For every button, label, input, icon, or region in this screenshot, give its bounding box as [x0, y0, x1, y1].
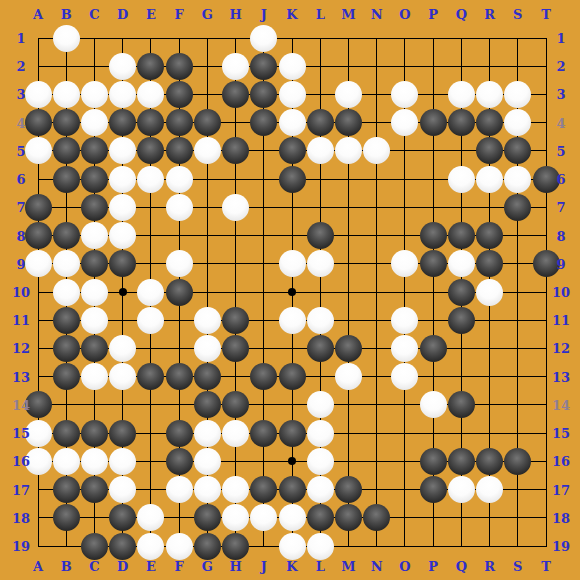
col-label-top-T: T [541, 7, 551, 22]
row-label-right-11: 11 [552, 313, 570, 328]
black-stone-M12[interactable] [335, 335, 362, 362]
col-label-top-K: K [286, 7, 297, 22]
white-stone-D2[interactable] [109, 53, 136, 80]
col-label-top-G: G [202, 7, 213, 22]
white-stone-L5[interactable] [307, 137, 334, 164]
col-label-bottom-R: R [484, 559, 495, 574]
col-label-bottom-P: P [428, 559, 438, 574]
black-stone-H5[interactable] [222, 137, 249, 164]
go-board[interactable]: ABCDEFGHJKLMNOPQRST ABCDEFGHJKLMNOPQRST … [0, 0, 580, 580]
white-stone-D6[interactable] [109, 166, 136, 193]
black-stone-L12[interactable] [307, 335, 334, 362]
white-stone-B1[interactable] [53, 25, 80, 52]
black-stone-Q10[interactable] [448, 279, 475, 306]
black-stone-B8[interactable] [53, 222, 80, 249]
black-stone-C5[interactable] [81, 137, 108, 164]
white-stone-C8[interactable] [81, 222, 108, 249]
col-label-top-F: F [174, 7, 183, 22]
col-label-bottom-F: F [174, 559, 183, 574]
white-stone-D16[interactable] [109, 448, 136, 475]
col-label-top-P: P [428, 7, 438, 22]
white-stone-C4[interactable] [81, 109, 108, 136]
white-stone-L19[interactable] [307, 533, 334, 560]
white-stone-O12[interactable] [391, 335, 418, 362]
black-stone-C7[interactable] [81, 194, 108, 221]
star-point [119, 288, 127, 296]
black-stone-Q11[interactable] [448, 307, 475, 334]
black-stone-C15[interactable] [81, 420, 108, 447]
white-stone-N5[interactable] [363, 137, 390, 164]
white-stone-C16[interactable] [81, 448, 108, 475]
col-label-bottom-T: T [541, 559, 551, 574]
white-stone-D8[interactable] [109, 222, 136, 249]
black-stone-P8[interactable] [420, 222, 447, 249]
black-stone-Q14[interactable] [448, 391, 475, 418]
white-stone-H17[interactable] [222, 476, 249, 503]
white-stone-F9[interactable] [166, 250, 193, 277]
white-stone-B10[interactable] [53, 279, 80, 306]
black-stone-N18[interactable] [363, 504, 390, 531]
black-stone-B5[interactable] [53, 137, 80, 164]
row-label-right-14: 14 [552, 397, 570, 412]
row-label-left-14: 14 [12, 397, 30, 412]
row-label-right-6: 6 [556, 172, 565, 187]
star-point [288, 288, 296, 296]
black-stone-F4[interactable] [166, 109, 193, 136]
black-stone-B11[interactable] [53, 307, 80, 334]
white-stone-Q17[interactable] [448, 476, 475, 503]
row-label-right-8: 8 [556, 228, 565, 243]
col-label-bottom-Q: Q [456, 559, 467, 574]
white-stone-F19[interactable] [166, 533, 193, 560]
white-stone-G16[interactable] [194, 448, 221, 475]
row-label-right-7: 7 [556, 200, 565, 215]
white-stone-O11[interactable] [391, 307, 418, 334]
col-label-top-R: R [484, 7, 495, 22]
white-stone-H18[interactable] [222, 504, 249, 531]
black-stone-H12[interactable] [222, 335, 249, 362]
white-stone-Q3[interactable] [448, 81, 475, 108]
white-stone-D3[interactable] [109, 81, 136, 108]
black-stone-Q16[interactable] [448, 448, 475, 475]
black-stone-T9[interactable] [533, 250, 560, 277]
white-stone-J1[interactable] [250, 25, 277, 52]
black-stone-F5[interactable] [166, 137, 193, 164]
white-stone-D12[interactable] [109, 335, 136, 362]
black-stone-G18[interactable] [194, 504, 221, 531]
white-stone-O3[interactable] [391, 81, 418, 108]
black-stone-K13[interactable] [279, 363, 306, 390]
black-stone-J4[interactable] [250, 109, 277, 136]
black-stone-B12[interactable] [53, 335, 80, 362]
white-stone-F6[interactable] [166, 166, 193, 193]
black-stone-K15[interactable] [279, 420, 306, 447]
black-stone-R16[interactable] [476, 448, 503, 475]
row-label-left-7: 7 [16, 200, 25, 215]
black-stone-P17[interactable] [420, 476, 447, 503]
col-label-bottom-H: H [229, 559, 241, 574]
white-stone-D7[interactable] [109, 194, 136, 221]
white-stone-R17[interactable] [476, 476, 503, 503]
row-label-right-5: 5 [556, 143, 565, 158]
black-stone-H3[interactable] [222, 81, 249, 108]
black-stone-A4[interactable] [25, 109, 52, 136]
white-stone-K19[interactable] [279, 533, 306, 560]
col-label-bottom-G: G [202, 559, 213, 574]
white-stone-G5[interactable] [194, 137, 221, 164]
white-stone-S4[interactable] [504, 109, 531, 136]
col-label-top-M: M [341, 7, 355, 22]
col-label-bottom-C: C [89, 559, 99, 574]
black-stone-C19[interactable] [81, 533, 108, 560]
white-stone-J18[interactable] [250, 504, 277, 531]
grid-line [546, 38, 547, 547]
black-stone-G13[interactable] [194, 363, 221, 390]
col-label-bottom-N: N [371, 559, 383, 574]
white-stone-L16[interactable] [307, 448, 334, 475]
black-stone-L18[interactable] [307, 504, 334, 531]
black-stone-R8[interactable] [476, 222, 503, 249]
black-stone-M4[interactable] [335, 109, 362, 136]
grid-line [38, 38, 547, 39]
black-stone-T6[interactable] [533, 166, 560, 193]
white-stone-B3[interactable] [53, 81, 80, 108]
black-stone-F13[interactable] [166, 363, 193, 390]
white-stone-F7[interactable] [166, 194, 193, 221]
col-label-bottom-A: A [33, 559, 43, 574]
white-stone-K11[interactable] [279, 307, 306, 334]
col-label-bottom-J: J [261, 559, 267, 574]
white-stone-F17[interactable] [166, 476, 193, 503]
black-stone-G4[interactable] [194, 109, 221, 136]
black-stone-J15[interactable] [250, 420, 277, 447]
black-stone-A8[interactable] [25, 222, 52, 249]
white-stone-E19[interactable] [137, 533, 164, 560]
row-label-left-16: 16 [12, 454, 30, 469]
col-label-bottom-K: K [286, 559, 297, 574]
white-stone-C11[interactable] [81, 307, 108, 334]
white-stone-M3[interactable] [335, 81, 362, 108]
white-stone-A5[interactable] [25, 137, 52, 164]
black-stone-C12[interactable] [81, 335, 108, 362]
row-label-left-4: 4 [16, 115, 25, 130]
row-label-right-12: 12 [552, 341, 570, 356]
black-stone-P4[interactable] [420, 109, 447, 136]
col-label-top-S: S [513, 7, 522, 22]
black-stone-L4[interactable] [307, 109, 334, 136]
row-label-right-19: 19 [552, 539, 570, 554]
white-stone-Q9[interactable] [448, 250, 475, 277]
row-label-left-5: 5 [16, 143, 25, 158]
white-stone-L14[interactable] [307, 391, 334, 418]
col-label-bottom-E: E [146, 559, 156, 574]
black-stone-P12[interactable] [420, 335, 447, 362]
row-label-left-2: 2 [16, 59, 25, 74]
white-stone-B16[interactable] [53, 448, 80, 475]
black-stone-E4[interactable] [137, 109, 164, 136]
white-stone-M5[interactable] [335, 137, 362, 164]
white-stone-O13[interactable] [391, 363, 418, 390]
row-label-left-9: 9 [16, 256, 25, 271]
white-stone-H7[interactable] [222, 194, 249, 221]
black-stone-Q4[interactable] [448, 109, 475, 136]
row-label-right-15: 15 [552, 426, 570, 441]
white-stone-M13[interactable] [335, 363, 362, 390]
white-stone-A3[interactable] [25, 81, 52, 108]
white-stone-C3[interactable] [81, 81, 108, 108]
white-stone-R6[interactable] [476, 166, 503, 193]
row-label-left-1: 1 [16, 31, 25, 46]
row-label-right-1: 1 [556, 31, 565, 46]
black-stone-B15[interactable] [53, 420, 80, 447]
black-stone-E2[interactable] [137, 53, 164, 80]
white-stone-D17[interactable] [109, 476, 136, 503]
white-stone-S6[interactable] [504, 166, 531, 193]
row-label-left-12: 12 [12, 341, 30, 356]
white-stone-H15[interactable] [222, 420, 249, 447]
white-stone-C10[interactable] [81, 279, 108, 306]
col-label-top-D: D [117, 7, 128, 22]
white-stone-E18[interactable] [137, 504, 164, 531]
col-label-bottom-D: D [117, 559, 128, 574]
white-stone-K18[interactable] [279, 504, 306, 531]
grid-line [376, 38, 377, 547]
white-stone-S3[interactable] [504, 81, 531, 108]
col-label-top-A: A [33, 7, 43, 22]
row-label-right-17: 17 [552, 482, 570, 497]
col-label-top-C: C [89, 7, 99, 22]
black-stone-R4[interactable] [476, 109, 503, 136]
white-stone-D13[interactable] [109, 363, 136, 390]
white-stone-H2[interactable] [222, 53, 249, 80]
white-stone-E11[interactable] [137, 307, 164, 334]
black-stone-F3[interactable] [166, 81, 193, 108]
white-stone-C13[interactable] [81, 363, 108, 390]
col-label-top-J: J [261, 7, 267, 22]
row-label-right-4: 4 [556, 115, 565, 130]
row-label-left-19: 19 [12, 539, 30, 554]
black-stone-G14[interactable] [194, 391, 221, 418]
row-label-left-11: 11 [12, 313, 30, 328]
row-label-left-15: 15 [12, 426, 30, 441]
black-stone-F10[interactable] [166, 279, 193, 306]
white-stone-K3[interactable] [279, 81, 306, 108]
black-stone-J3[interactable] [250, 81, 277, 108]
star-point [288, 457, 296, 465]
black-stone-M17[interactable] [335, 476, 362, 503]
col-label-top-N: N [371, 7, 383, 22]
row-label-right-10: 10 [552, 285, 570, 300]
row-label-right-2: 2 [556, 59, 565, 74]
black-stone-K5[interactable] [279, 137, 306, 164]
white-stone-L15[interactable] [307, 420, 334, 447]
white-stone-L9[interactable] [307, 250, 334, 277]
black-stone-G19[interactable] [194, 533, 221, 560]
black-stone-H14[interactable] [222, 391, 249, 418]
black-stone-B4[interactable] [53, 109, 80, 136]
black-stone-C17[interactable] [81, 476, 108, 503]
white-stone-O4[interactable] [391, 109, 418, 136]
row-label-left-17: 17 [12, 482, 30, 497]
row-label-right-9: 9 [556, 256, 565, 271]
white-stone-O9[interactable] [391, 250, 418, 277]
white-stone-K2[interactable] [279, 53, 306, 80]
black-stone-F16[interactable] [166, 448, 193, 475]
row-label-right-13: 13 [552, 369, 570, 384]
black-stone-K6[interactable] [279, 166, 306, 193]
black-stone-R5[interactable] [476, 137, 503, 164]
black-stone-D18[interactable] [109, 504, 136, 531]
black-stone-F15[interactable] [166, 420, 193, 447]
black-stone-J13[interactable] [250, 363, 277, 390]
black-stone-S16[interactable] [504, 448, 531, 475]
white-stone-K4[interactable] [279, 109, 306, 136]
col-label-top-O: O [399, 7, 410, 22]
white-stone-E6[interactable] [137, 166, 164, 193]
col-label-bottom-O: O [399, 559, 410, 574]
col-label-bottom-B: B [61, 559, 72, 574]
row-label-left-13: 13 [12, 369, 30, 384]
black-stone-D9[interactable] [109, 250, 136, 277]
black-stone-B17[interactable] [53, 476, 80, 503]
col-label-top-Q: Q [456, 7, 467, 22]
white-stone-L11[interactable] [307, 307, 334, 334]
white-stone-G11[interactable] [194, 307, 221, 334]
row-label-left-8: 8 [16, 228, 25, 243]
black-stone-H11[interactable] [222, 307, 249, 334]
black-stone-B13[interactable] [53, 363, 80, 390]
black-stone-J2[interactable] [250, 53, 277, 80]
white-stone-A9[interactable] [25, 250, 52, 277]
black-stone-S5[interactable] [504, 137, 531, 164]
black-stone-J17[interactable] [250, 476, 277, 503]
row-label-left-18: 18 [12, 510, 30, 525]
black-stone-P9[interactable] [420, 250, 447, 277]
black-stone-B6[interactable] [53, 166, 80, 193]
black-stone-F2[interactable] [166, 53, 193, 80]
col-label-top-L: L [316, 7, 325, 22]
black-stone-E5[interactable] [137, 137, 164, 164]
black-stone-M18[interactable] [335, 504, 362, 531]
black-stone-C6[interactable] [81, 166, 108, 193]
white-stone-P14[interactable] [420, 391, 447, 418]
white-stone-L17[interactable] [307, 476, 334, 503]
white-stone-B9[interactable] [53, 250, 80, 277]
black-stone-E13[interactable] [137, 363, 164, 390]
black-stone-B18[interactable] [53, 504, 80, 531]
row-label-right-3: 3 [556, 87, 565, 102]
black-stone-C9[interactable] [81, 250, 108, 277]
row-label-right-18: 18 [552, 510, 570, 525]
col-label-top-B: B [61, 7, 72, 22]
black-stone-R9[interactable] [476, 250, 503, 277]
black-stone-H19[interactable] [222, 533, 249, 560]
col-label-top-H: H [229, 7, 241, 22]
white-stone-R3[interactable] [476, 81, 503, 108]
row-label-left-6: 6 [16, 172, 25, 187]
col-label-bottom-L: L [316, 559, 325, 574]
black-stone-A7[interactable] [25, 194, 52, 221]
black-stone-D19[interactable] [109, 533, 136, 560]
white-stone-G12[interactable] [194, 335, 221, 362]
white-stone-D5[interactable] [109, 137, 136, 164]
grid-line [235, 38, 236, 547]
white-stone-E3[interactable] [137, 81, 164, 108]
black-stone-D4[interactable] [109, 109, 136, 136]
black-stone-K17[interactable] [279, 476, 306, 503]
white-stone-K9[interactable] [279, 250, 306, 277]
white-stone-R10[interactable] [476, 279, 503, 306]
black-stone-Q8[interactable] [448, 222, 475, 249]
black-stone-P16[interactable] [420, 448, 447, 475]
row-label-left-3: 3 [16, 87, 25, 102]
black-stone-D15[interactable] [109, 420, 136, 447]
row-label-right-16: 16 [552, 454, 570, 469]
black-stone-S7[interactable] [504, 194, 531, 221]
black-stone-L8[interactable] [307, 222, 334, 249]
col-label-bottom-S: S [513, 559, 522, 574]
col-label-top-E: E [146, 7, 156, 22]
row-label-left-10: 10 [12, 285, 30, 300]
white-stone-G15[interactable] [194, 420, 221, 447]
white-stone-Q6[interactable] [448, 166, 475, 193]
col-label-bottom-M: M [341, 559, 355, 574]
white-stone-G17[interactable] [194, 476, 221, 503]
white-stone-E10[interactable] [137, 279, 164, 306]
